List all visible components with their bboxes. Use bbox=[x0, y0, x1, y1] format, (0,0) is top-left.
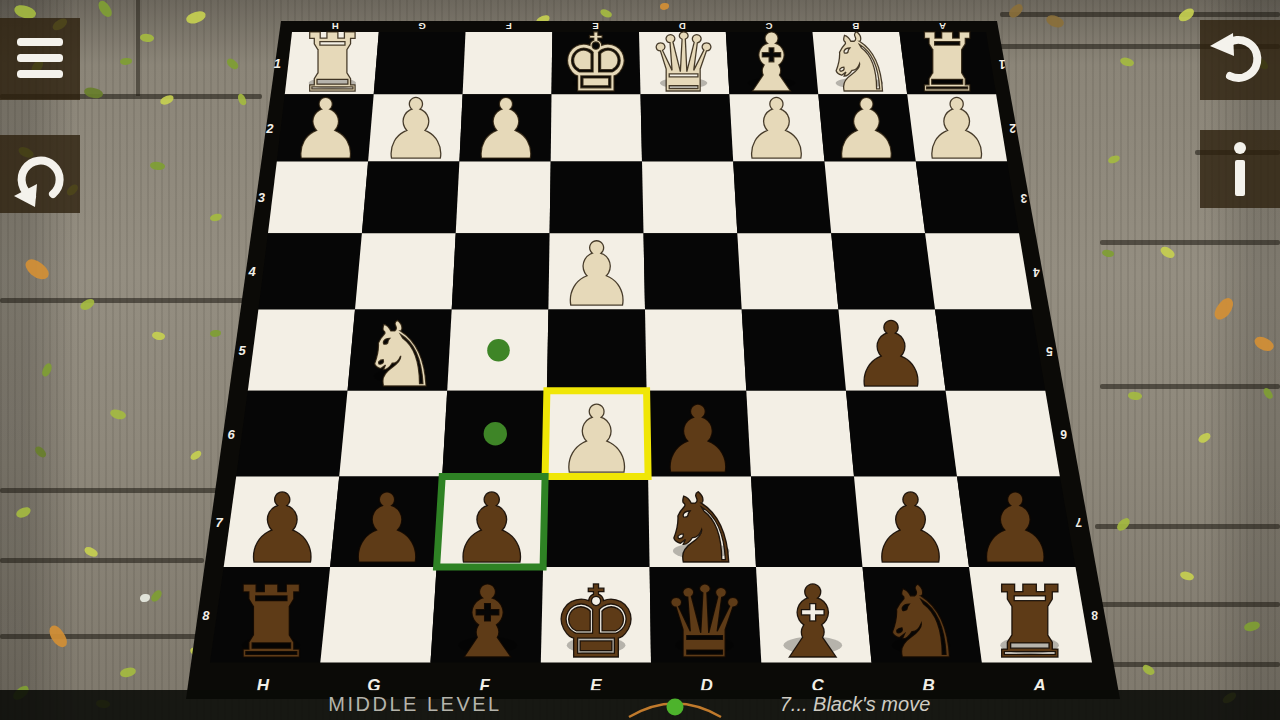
chess-board[interactable]: HGFEDCBAHGFEDCBA1234567812345678♜♞♝♛♚♝♜♟… bbox=[0, 0, 1280, 720]
rank-label-right-6: 6 bbox=[1060, 427, 1067, 441]
rank-label-left-1: 1 bbox=[274, 56, 281, 71]
rank-label-left-5: 5 bbox=[238, 343, 246, 358]
piece-black-pawn-b7[interactable]: ♟ bbox=[868, 473, 954, 585]
level-label: MIDDLE LEVEL bbox=[270, 693, 560, 716]
move-dot-f5[interactable] bbox=[487, 339, 510, 362]
piece-white-pawn-f2[interactable]: ♟ bbox=[469, 81, 543, 178]
rank-label-left-4: 4 bbox=[248, 264, 257, 279]
rank-label-right-5: 5 bbox=[1046, 344, 1053, 358]
square-c6[interactable] bbox=[746, 391, 854, 477]
piece-white-pawn-e6[interactable]: ♟ bbox=[555, 386, 638, 494]
piece-black-pawn-h7[interactable]: ♟ bbox=[239, 473, 325, 585]
rank-label-right-2: 2 bbox=[1009, 121, 1016, 135]
piece-white-queen-d1[interactable]: ♛ bbox=[647, 16, 720, 110]
turn-indicator bbox=[615, 690, 735, 720]
rank-label-left-3: 3 bbox=[258, 190, 266, 205]
rank-label-right-8: 8 bbox=[1091, 608, 1098, 622]
move-dot-f6[interactable] bbox=[484, 422, 507, 445]
piece-white-rook-a1[interactable]: ♜ bbox=[911, 16, 984, 110]
piece-white-knight-b1[interactable]: ♞ bbox=[823, 16, 896, 110]
square-c5[interactable] bbox=[742, 310, 846, 391]
rank-label-left-2: 2 bbox=[265, 121, 274, 136]
square-a4[interactable] bbox=[925, 233, 1032, 309]
rank-label-left-8: 8 bbox=[202, 608, 210, 623]
file-label-top-F: F bbox=[506, 21, 512, 32]
square-c4[interactable] bbox=[737, 233, 838, 309]
move-status-text: 7... Black's move bbox=[710, 693, 1000, 716]
piece-black-pawn-a7[interactable]: ♟ bbox=[972, 473, 1058, 585]
square-a6[interactable] bbox=[946, 391, 1060, 477]
piece-white-bishop-c1[interactable]: ♝ bbox=[735, 16, 808, 110]
piece-black-pawn-b5[interactable]: ♟ bbox=[851, 302, 932, 407]
hamburger-icon bbox=[10, 32, 70, 86]
rank-label-left-7: 7 bbox=[215, 515, 223, 530]
rank-label-right-4: 4 bbox=[1033, 265, 1040, 279]
piece-black-pawn-f7[interactable]: ♟ bbox=[449, 473, 535, 585]
bottom-status-bar: MIDDLE LEVEL 7... Black's move bbox=[0, 690, 1280, 720]
piece-black-pawn-d6[interactable]: ♟ bbox=[656, 386, 739, 494]
piece-black-bishop-c8[interactable]: ♝ bbox=[768, 564, 858, 681]
square-f4[interactable] bbox=[452, 233, 550, 309]
piece-white-pawn-e4[interactable]: ♟ bbox=[557, 223, 636, 326]
square-h6[interactable] bbox=[236, 391, 347, 477]
file-label-top-G: G bbox=[418, 21, 425, 32]
info-icon bbox=[1220, 139, 1260, 199]
reset-button[interactable] bbox=[0, 135, 80, 213]
piece-black-king-e8[interactable]: ♚ bbox=[551, 564, 641, 681]
rank-label-left-6: 6 bbox=[227, 427, 235, 442]
piece-white-knight-g5[interactable]: ♞ bbox=[360, 302, 441, 407]
rotate-ccw-icon bbox=[6, 141, 74, 207]
piece-white-pawn-g2[interactable]: ♟ bbox=[379, 81, 453, 178]
chess-app-screen: { "game": "chess", "position": { "fen": … bbox=[0, 0, 1280, 720]
menu-button[interactable] bbox=[0, 18, 80, 100]
undo-button[interactable] bbox=[1200, 20, 1280, 100]
rank-label-right-1: 1 bbox=[998, 57, 1005, 71]
square-h4[interactable] bbox=[258, 233, 362, 309]
rank-label-right-7: 7 bbox=[1075, 515, 1082, 529]
square-d4[interactable] bbox=[644, 233, 742, 309]
square-d3[interactable] bbox=[642, 161, 737, 233]
square-g4[interactable] bbox=[355, 233, 456, 309]
piece-black-pawn-g7[interactable]: ♟ bbox=[344, 473, 430, 585]
square-a5[interactable] bbox=[935, 310, 1045, 391]
rank-label-right-3: 3 bbox=[1020, 191, 1027, 205]
piece-white-rook-h1[interactable]: ♜ bbox=[296, 16, 369, 110]
square-d5[interactable] bbox=[645, 310, 746, 391]
square-c7[interactable] bbox=[751, 477, 863, 567]
square-h5[interactable] bbox=[248, 310, 355, 391]
piece-white-king-e1[interactable]: ♚ bbox=[559, 16, 632, 110]
square-b4[interactable] bbox=[831, 233, 935, 309]
undo-arrow-icon bbox=[1206, 28, 1274, 92]
info-button[interactable] bbox=[1200, 130, 1280, 208]
